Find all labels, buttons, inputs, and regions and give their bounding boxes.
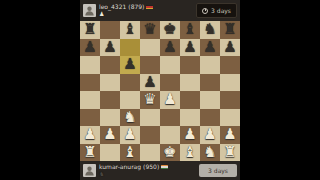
square-f2[interactable]: ♟ [180,126,200,144]
square-f1[interactable]: ♝ [180,144,200,162]
bottom-player-name: kumar-anurag [99,164,141,170]
square-b1[interactable] [100,144,120,162]
top-clock-pill: 3 days [196,3,237,18]
germany-flag-icon [146,5,153,9]
square-g3[interactable] [200,109,220,127]
piece-white-knight-c3[interactable]: ♞ [123,109,136,126]
piece-black-pawn-e7[interactable]: ♟ [163,39,176,56]
time-button[interactable]: 3 days [199,164,237,177]
square-f4[interactable] [180,91,200,109]
square-c1[interactable]: ♝ [120,144,140,162]
square-c4[interactable] [120,91,140,109]
square-b7[interactable]: ♟ [100,39,120,57]
captured-black-knight-icon: ♞ [99,171,104,177]
square-g5[interactable] [200,74,220,92]
person-icon [84,5,95,16]
piece-white-pawn-h2[interactable]: ♟ [223,126,236,143]
piece-black-pawn-d5[interactable]: ♟ [143,74,156,91]
square-f6[interactable] [180,56,200,74]
time-button-label: 3 days [208,167,228,174]
square-g2[interactable]: ♟ [200,126,220,144]
square-f3[interactable] [180,109,200,127]
square-b4[interactable] [100,91,120,109]
square-b6[interactable] [100,56,120,74]
piece-white-bishop-f1[interactable]: ♝ [183,144,196,161]
square-g7[interactable]: ♟ [200,39,220,57]
square-d3[interactable] [140,109,160,127]
square-b3[interactable] [100,109,120,127]
square-b2[interactable]: ♟ [100,126,120,144]
top-captured-pieces: ♟ [99,11,153,18]
square-e1[interactable]: ♚ [160,144,180,162]
piece-white-pawn-b2[interactable]: ♟ [103,126,116,143]
piece-black-pawn-h7[interactable]: ♟ [223,39,236,56]
square-h7[interactable]: ♟ [220,39,240,57]
square-g4[interactable] [200,91,220,109]
square-d4[interactable]: ♛ [140,91,160,109]
square-c2[interactable]: ♟ [120,126,140,144]
square-h6[interactable] [220,56,240,74]
piece-black-pawn-b7[interactable]: ♟ [103,39,116,56]
square-b5[interactable] [100,74,120,92]
square-a4[interactable] [80,91,100,109]
square-d5[interactable]: ♟ [140,74,160,92]
square-g8[interactable]: ♞ [200,21,220,39]
square-d8[interactable]: ♛ [140,21,160,39]
square-a3[interactable] [80,109,100,127]
square-e5[interactable] [160,74,180,92]
square-b8[interactable] [100,21,120,39]
square-e6[interactable] [160,56,180,74]
top-clock-label: 3 days [211,7,231,14]
piece-white-queen-d4[interactable]: ♛ [143,91,156,108]
square-c8[interactable]: ♝ [120,21,140,39]
bottom-captured-pieces: ♞ [99,171,168,178]
square-e2[interactable] [160,126,180,144]
piece-black-pawn-g7[interactable]: ♟ [203,39,216,56]
square-d1[interactable] [140,144,160,162]
piece-black-queen-d8[interactable]: ♛ [143,21,156,38]
square-f8[interactable]: ♝ [180,21,200,39]
piece-black-pawn-f7[interactable]: ♟ [183,39,196,56]
phone-screenshot: leo_4321 (879) ♟ 3 days ♜♝♛♚♝♞♜♟♟♟♟♟♟♟♟♛… [0,0,320,180]
square-f7[interactable]: ♟ [180,39,200,57]
square-h1[interactable]: ♜ [220,144,240,162]
piece-white-pawn-f2[interactable]: ♟ [183,126,196,143]
square-h8[interactable]: ♜ [220,21,240,39]
square-a7[interactable]: ♟ [80,39,100,57]
piece-white-pawn-c2[interactable]: ♟ [123,126,136,143]
piece-black-rook-h8[interactable]: ♜ [223,21,236,38]
avatar[interactable] [83,4,96,17]
square-a1[interactable]: ♜ [80,144,100,162]
square-d6[interactable] [140,56,160,74]
piece-white-bishop-c1[interactable]: ♝ [123,144,136,161]
bottom-player-bar[interactable]: kumar-anurag (950) ♞ 3 days [80,161,240,180]
piece-black-bishop-c8[interactable]: ♝ [123,21,136,38]
square-h2[interactable]: ♟ [220,126,240,144]
chess-board[interactable]: ♜♝♛♚♝♞♜♟♟♟♟♟♟♟♟♛♟♞♟♟♟♟♟♟♜♝♚♝♞♜ [80,21,240,161]
square-e7[interactable]: ♟ [160,39,180,57]
bottom-player-rating: (950) [143,164,159,170]
square-g1[interactable]: ♞ [200,144,220,162]
square-h5[interactable] [220,74,240,92]
piece-white-king-e1[interactable]: ♚ [163,144,176,161]
piece-black-rook-a8[interactable]: ♜ [83,21,96,38]
square-h4[interactable] [220,91,240,109]
square-a5[interactable] [80,74,100,92]
square-a8[interactable]: ♜ [80,21,100,39]
square-f5[interactable] [180,74,200,92]
square-c5[interactable] [120,74,140,92]
square-e3[interactable] [160,109,180,127]
piece-white-pawn-e4[interactable]: ♟ [163,91,176,108]
square-h3[interactable] [220,109,240,127]
square-g6[interactable] [200,56,220,74]
piece-white-pawn-a2[interactable]: ♟ [83,126,96,143]
piece-black-knight-g8[interactable]: ♞ [203,21,216,38]
square-a2[interactable]: ♟ [80,126,100,144]
square-c6[interactable]: ♟ [120,56,140,74]
square-e8[interactable]: ♚ [160,21,180,39]
square-e4[interactable]: ♟ [160,91,180,109]
bottom-player-info: kumar-anurag (950) ♞ [99,164,168,178]
piece-black-pawn-a7[interactable]: ♟ [83,39,96,56]
person-icon [84,165,95,176]
square-c3[interactable]: ♞ [120,109,140,127]
square-d2[interactable] [140,126,160,144]
square-c7[interactable] [120,39,140,57]
top-player-info: leo_4321 (879) ♟ [99,4,153,18]
top-player-rating: (879) [128,4,144,10]
india-flag-icon [161,165,168,169]
square-a6[interactable] [80,56,100,74]
avatar[interactable] [83,164,96,177]
piece-white-rook-h1[interactable]: ♜ [223,144,236,161]
clock-icon [202,8,208,14]
piece-black-bishop-f8[interactable]: ♝ [183,21,196,38]
captured-white-pawn-icon: ♟ [99,11,104,17]
piece-black-king-e8[interactable]: ♚ [163,21,176,38]
top-player-bar[interactable]: leo_4321 (879) ♟ 3 days [80,0,240,21]
piece-white-knight-g1[interactable]: ♞ [203,144,216,161]
chess-app-content: leo_4321 (879) ♟ 3 days ♜♝♛♚♝♞♜♟♟♟♟♟♟♟♟♛… [80,0,240,180]
piece-black-pawn-c6[interactable]: ♟ [123,56,136,73]
piece-white-rook-a1[interactable]: ♜ [83,144,96,161]
top-player-name: leo_4321 [99,4,126,10]
piece-white-pawn-g2[interactable]: ♟ [203,126,216,143]
square-d7[interactable] [140,39,160,57]
